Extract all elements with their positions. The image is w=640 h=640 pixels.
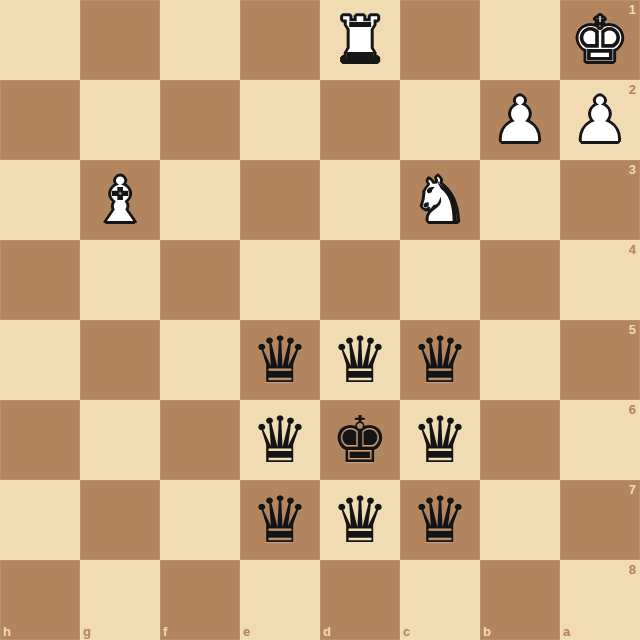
rank-label-3: 3 [629, 162, 636, 177]
square-a8[interactable]: 8a [560, 560, 640, 640]
square-g6[interactable] [80, 400, 160, 480]
rank-label-7: 7 [629, 482, 636, 497]
black-queen[interactable]: ♛ [320, 320, 400, 400]
square-c4[interactable] [400, 240, 480, 320]
square-a2[interactable]: 2♟ [560, 80, 640, 160]
square-d7[interactable]: ♛ [320, 480, 400, 560]
black-queen[interactable]: ♛ [240, 320, 320, 400]
black-queen[interactable]: ♛ [400, 320, 480, 400]
square-a5[interactable]: 5 [560, 320, 640, 400]
square-f2[interactable] [160, 80, 240, 160]
square-g2[interactable] [80, 80, 160, 160]
square-e8[interactable]: e [240, 560, 320, 640]
file-label-e: e [243, 624, 250, 639]
square-h3[interactable] [0, 160, 80, 240]
square-d6[interactable]: ♚ [320, 400, 400, 480]
square-f3[interactable] [160, 160, 240, 240]
square-b7[interactable] [480, 480, 560, 560]
square-c3[interactable]: ♞ [400, 160, 480, 240]
square-e7[interactable]: ♛ [240, 480, 320, 560]
square-g7[interactable] [80, 480, 160, 560]
square-b5[interactable] [480, 320, 560, 400]
square-c7[interactable]: ♛ [400, 480, 480, 560]
white-pawn[interactable]: ♟ [560, 80, 640, 160]
square-d3[interactable] [320, 160, 400, 240]
square-a6[interactable]: 6 [560, 400, 640, 480]
square-b3[interactable] [480, 160, 560, 240]
square-h5[interactable] [0, 320, 80, 400]
black-queen[interactable]: ♛ [400, 480, 480, 560]
square-d4[interactable] [320, 240, 400, 320]
square-f4[interactable] [160, 240, 240, 320]
square-c5[interactable]: ♛ [400, 320, 480, 400]
square-c2[interactable] [400, 80, 480, 160]
square-a1[interactable]: 1♚ [560, 0, 640, 80]
square-d8[interactable]: d [320, 560, 400, 640]
square-b4[interactable] [480, 240, 560, 320]
rank-label-5: 5 [629, 322, 636, 337]
square-f6[interactable] [160, 400, 240, 480]
file-label-f: f [163, 624, 167, 639]
file-label-d: d [323, 624, 331, 639]
white-king[interactable]: ♚ [560, 0, 640, 80]
square-h7[interactable] [0, 480, 80, 560]
black-queen[interactable]: ♛ [240, 480, 320, 560]
square-a4[interactable]: 4 [560, 240, 640, 320]
rank-label-4: 4 [629, 242, 636, 257]
rank-label-6: 6 [629, 402, 636, 417]
white-bishop[interactable]: ♝ [80, 160, 160, 240]
square-b2[interactable]: ♟ [480, 80, 560, 160]
black-queen[interactable]: ♛ [320, 480, 400, 560]
square-g1[interactable] [80, 0, 160, 80]
square-e2[interactable] [240, 80, 320, 160]
square-h6[interactable] [0, 400, 80, 480]
square-f1[interactable] [160, 0, 240, 80]
square-e5[interactable]: ♛ [240, 320, 320, 400]
square-g8[interactable]: g [80, 560, 160, 640]
square-e1[interactable] [240, 0, 320, 80]
square-h4[interactable] [0, 240, 80, 320]
white-pawn[interactable]: ♟ [480, 80, 560, 160]
square-f5[interactable] [160, 320, 240, 400]
white-knight[interactable]: ♞ [400, 160, 480, 240]
square-g4[interactable] [80, 240, 160, 320]
square-f7[interactable] [160, 480, 240, 560]
square-e6[interactable]: ♛ [240, 400, 320, 480]
square-a3[interactable]: 3 [560, 160, 640, 240]
file-label-h: h [3, 624, 11, 639]
square-h2[interactable] [0, 80, 80, 160]
square-g5[interactable] [80, 320, 160, 400]
rank-label-8: 8 [629, 562, 636, 577]
black-king[interactable]: ♚ [320, 400, 400, 480]
square-f8[interactable]: f [160, 560, 240, 640]
square-h1[interactable] [0, 0, 80, 80]
square-d2[interactable] [320, 80, 400, 160]
file-label-a: a [563, 624, 570, 639]
white-rook[interactable]: ♜ [320, 0, 400, 80]
square-c8[interactable]: c [400, 560, 480, 640]
square-a7[interactable]: 7 [560, 480, 640, 560]
file-label-b: b [483, 624, 491, 639]
square-e4[interactable] [240, 240, 320, 320]
square-b1[interactable] [480, 0, 560, 80]
square-h8[interactable]: h [0, 560, 80, 640]
square-d5[interactable]: ♛ [320, 320, 400, 400]
square-d1[interactable]: ♜ [320, 0, 400, 80]
square-g3[interactable]: ♝ [80, 160, 160, 240]
square-b6[interactable] [480, 400, 560, 480]
file-label-g: g [83, 624, 91, 639]
black-queen[interactable]: ♛ [240, 400, 320, 480]
square-c1[interactable] [400, 0, 480, 80]
black-queen[interactable]: ♛ [400, 400, 480, 480]
square-c6[interactable]: ♛ [400, 400, 480, 480]
file-label-c: c [403, 624, 410, 639]
chess-board: ♜1♚♟2♟♝♞34♛♛♛5♛♚♛6♛♛♛7hgfedcb8a [0, 0, 640, 640]
square-e3[interactable] [240, 160, 320, 240]
square-b8[interactable]: b [480, 560, 560, 640]
